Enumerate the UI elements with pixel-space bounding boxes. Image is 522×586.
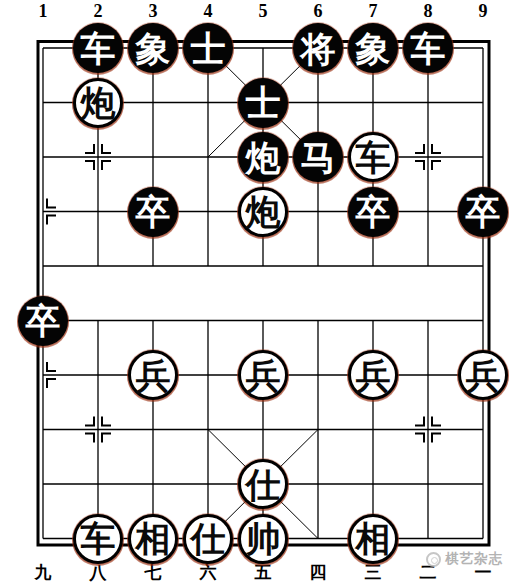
piece-black-chariot[interactable]: 车	[73, 23, 123, 73]
piece-black-advisor[interactable]: 士	[183, 23, 233, 73]
col-label-top-1: 1	[39, 1, 48, 22]
piece-black-soldier[interactable]: 卒	[128, 187, 178, 237]
piece-black-soldier[interactable]: 卒	[348, 187, 398, 237]
col-label-top-5: 5	[259, 1, 268, 22]
piece-red-soldier[interactable]: 兵	[348, 350, 398, 400]
piece-black-elephant[interactable]: 象	[348, 23, 398, 73]
piece-red-soldier[interactable]: 兵	[458, 350, 508, 400]
col-label-top-7: 7	[369, 1, 378, 22]
piece-red-king[interactable]: 帅	[238, 514, 288, 564]
col-label-top-2: 2	[94, 1, 103, 22]
col-label-top-9: 9	[479, 1, 488, 22]
piece-red-elephant[interactable]: 相	[348, 514, 398, 564]
col-label-top-4: 4	[204, 1, 213, 22]
col-label-top-3: 3	[149, 1, 158, 22]
piece-red-advisor[interactable]: 仕	[183, 514, 233, 564]
piece-black-chariot[interactable]: 车	[403, 23, 453, 73]
piece-red-advisor[interactable]: 仕	[238, 459, 288, 509]
xiangqi-diagram: 123456789 九八七六五四三二一 车象士将象车士炮炮马车卒炮卒卒卒兵兵兵兵…	[0, 0, 522, 586]
col-label-top-8: 8	[424, 1, 433, 22]
piece-red-chariot[interactable]: 车	[348, 132, 398, 182]
piece-red-elephant[interactable]: 相	[128, 514, 178, 564]
col-label-top-6: 6	[314, 1, 323, 22]
xiangqi-board: 车象士将象车士炮炮马车卒炮卒卒卒兵兵兵兵仕车相仕帅相	[16, 21, 511, 566]
piece-black-cannon[interactable]: 炮	[238, 132, 288, 182]
piece-black-horse[interactable]: 马	[293, 132, 343, 182]
piece-black-elephant[interactable]: 象	[128, 23, 178, 73]
piece-black-general[interactable]: 将	[293, 23, 343, 73]
piece-red-soldier[interactable]: 兵	[238, 350, 288, 400]
piece-red-soldier[interactable]: 兵	[128, 350, 178, 400]
piece-red-cannon[interactable]: 炮	[73, 78, 123, 128]
piece-red-cannon[interactable]: 炮	[238, 187, 288, 237]
piece-black-soldier[interactable]: 卒	[458, 187, 508, 237]
piece-black-soldier[interactable]: 卒	[18, 296, 68, 346]
piece-red-chariot[interactable]: 车	[73, 514, 123, 564]
piece-black-advisor[interactable]: 士	[238, 78, 288, 128]
